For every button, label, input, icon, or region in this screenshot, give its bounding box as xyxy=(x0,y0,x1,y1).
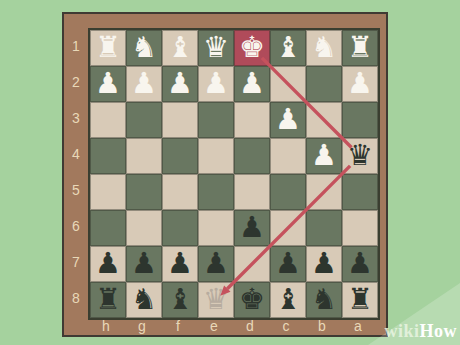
piece-bP-c7: ♟ xyxy=(275,249,301,278)
square-e8[interactable]: ♛ xyxy=(198,282,234,318)
file-label-h: h xyxy=(88,317,124,337)
piece-wN-g1: ♞ xyxy=(131,33,157,62)
square-b1[interactable]: ♞ xyxy=(306,30,342,66)
rank-label-3: 3 xyxy=(64,100,88,136)
square-h2[interactable]: ♟ xyxy=(90,66,126,102)
square-c7[interactable]: ♟ xyxy=(270,246,306,282)
piece-bN-g8: ♞ xyxy=(131,285,157,314)
piece-wP-c3: ♟ xyxy=(275,105,301,134)
piece-bB-f8: ♝ xyxy=(167,285,193,314)
square-b8[interactable]: ♞ xyxy=(306,282,342,318)
square-c8[interactable]: ♝ xyxy=(270,282,306,318)
rank-labels: 12345678 xyxy=(64,28,88,316)
file-label-f: f xyxy=(160,317,196,337)
piece-bP-f7: ♟ xyxy=(167,249,193,278)
square-c4[interactable] xyxy=(270,138,306,174)
file-labels: hgfedcba xyxy=(88,317,376,337)
square-g5[interactable] xyxy=(126,174,162,210)
piece-wK-d1: ♚ xyxy=(239,33,265,62)
square-a8[interactable]: ♜ xyxy=(342,282,378,318)
rank-label-7: 7 xyxy=(64,244,88,280)
square-e2[interactable]: ♟ xyxy=(198,66,234,102)
piece-wP-h2: ♟ xyxy=(95,69,121,98)
square-a5[interactable] xyxy=(342,174,378,210)
square-g3[interactable] xyxy=(126,102,162,138)
square-d1[interactable]: ♚ xyxy=(234,30,270,66)
board-grid: ♜♞♝♛♚♝♞♜♟♟♟♟♟♟♟♟♛♟♟♟♟♟♟♟♟♜♞♝♛♚♝♞♜ xyxy=(88,28,380,320)
square-e3[interactable] xyxy=(198,102,234,138)
square-c1[interactable]: ♝ xyxy=(270,30,306,66)
square-b4[interactable]: ♟ xyxy=(306,138,342,174)
piece-wP-e2: ♟ xyxy=(203,69,229,98)
square-a4[interactable]: ♛ xyxy=(342,138,378,174)
square-h7[interactable]: ♟ xyxy=(90,246,126,282)
piece-bB-c8: ♝ xyxy=(275,285,301,314)
file-label-b: b xyxy=(304,317,340,337)
piece-bP-d6: ♟ xyxy=(239,213,265,242)
file-label-e: e xyxy=(196,317,232,337)
piece-bP-g7: ♟ xyxy=(131,249,157,278)
piece-wP-a2: ♟ xyxy=(347,69,373,98)
piece-wP-g2: ♟ xyxy=(131,69,157,98)
square-c3[interactable]: ♟ xyxy=(270,102,306,138)
square-d6[interactable]: ♟ xyxy=(234,210,270,246)
piece-bR-a8: ♜ xyxy=(347,285,373,314)
rank-label-2: 2 xyxy=(64,64,88,100)
piece-bP-h7: ♟ xyxy=(95,249,121,278)
square-b2[interactable] xyxy=(306,66,342,102)
square-e1[interactable]: ♛ xyxy=(198,30,234,66)
rank-label-5: 5 xyxy=(64,172,88,208)
square-a7[interactable]: ♟ xyxy=(342,246,378,282)
square-a3[interactable] xyxy=(342,102,378,138)
square-h1[interactable]: ♜ xyxy=(90,30,126,66)
square-c2[interactable] xyxy=(270,66,306,102)
square-d3[interactable] xyxy=(234,102,270,138)
square-e6[interactable] xyxy=(198,210,234,246)
file-label-g: g xyxy=(124,317,160,337)
piece-wP-d2: ♟ xyxy=(239,69,265,98)
square-f3[interactable] xyxy=(162,102,198,138)
rank-label-8: 8 xyxy=(64,280,88,316)
watermark-wiki-text: wiki xyxy=(384,321,419,341)
square-h5[interactable] xyxy=(90,174,126,210)
piece-wN-b1: ♞ xyxy=(311,33,337,62)
square-b5[interactable] xyxy=(306,174,342,210)
square-f2[interactable]: ♟ xyxy=(162,66,198,102)
square-d7[interactable] xyxy=(234,246,270,282)
square-f5[interactable] xyxy=(162,174,198,210)
square-e4[interactable] xyxy=(198,138,234,174)
piece-wR-h1: ♜ xyxy=(95,33,121,62)
square-g6[interactable] xyxy=(126,210,162,246)
square-h8[interactable]: ♜ xyxy=(90,282,126,318)
square-d5[interactable] xyxy=(234,174,270,210)
piece-wP-f2: ♟ xyxy=(167,69,193,98)
piece-wP-b4: ♟ xyxy=(311,141,337,170)
piece-gQ-e8: ♛ xyxy=(203,285,229,314)
piece-wB-c1: ♝ xyxy=(275,33,301,62)
watermark-how-text: How xyxy=(420,321,458,341)
piece-wR-a1: ♜ xyxy=(347,33,373,62)
wikihow-chess-illustration: 12345678 ♜♞♝♛♚♝♞♜♟♟♟♟♟♟♟♟♛♟♟♟♟♟♟♟♟♜♞♝♛♚♝… xyxy=(0,0,460,345)
square-b7[interactable]: ♟ xyxy=(306,246,342,282)
square-d2[interactable]: ♟ xyxy=(234,66,270,102)
square-h3[interactable] xyxy=(90,102,126,138)
square-g7[interactable]: ♟ xyxy=(126,246,162,282)
piece-wQ-e1: ♛ xyxy=(203,33,229,62)
file-label-a: a xyxy=(340,317,376,337)
square-b6[interactable] xyxy=(306,210,342,246)
square-a1[interactable]: ♜ xyxy=(342,30,378,66)
square-e5[interactable] xyxy=(198,174,234,210)
piece-bP-a7: ♟ xyxy=(347,249,373,278)
square-h4[interactable] xyxy=(90,138,126,174)
piece-bN-b8: ♞ xyxy=(311,285,337,314)
piece-bK-d8: ♚ xyxy=(239,285,265,314)
square-f6[interactable] xyxy=(162,210,198,246)
square-b3[interactable] xyxy=(306,102,342,138)
square-e7[interactable]: ♟ xyxy=(198,246,234,282)
square-d4[interactable] xyxy=(234,138,270,174)
square-g8[interactable]: ♞ xyxy=(126,282,162,318)
piece-wB-f1: ♝ xyxy=(167,33,193,62)
square-h6[interactable] xyxy=(90,210,126,246)
wikihow-watermark: wikiHow xyxy=(384,321,457,342)
piece-bQ-a4: ♛ xyxy=(347,141,373,170)
square-g2[interactable]: ♟ xyxy=(126,66,162,102)
piece-bP-b7: ♟ xyxy=(311,249,337,278)
piece-bR-h8: ♜ xyxy=(95,285,121,314)
square-a2[interactable]: ♟ xyxy=(342,66,378,102)
rank-label-6: 6 xyxy=(64,208,88,244)
square-g1[interactable]: ♞ xyxy=(126,30,162,66)
square-g4[interactable] xyxy=(126,138,162,174)
rank-label-4: 4 xyxy=(64,136,88,172)
square-f1[interactable]: ♝ xyxy=(162,30,198,66)
square-d8[interactable]: ♚ xyxy=(234,282,270,318)
square-f7[interactable]: ♟ xyxy=(162,246,198,282)
file-label-c: c xyxy=(268,317,304,337)
rank-label-1: 1 xyxy=(64,28,88,64)
square-c6[interactable] xyxy=(270,210,306,246)
square-f8[interactable]: ♝ xyxy=(162,282,198,318)
square-a6[interactable] xyxy=(342,210,378,246)
piece-bP-e7: ♟ xyxy=(203,249,229,278)
square-f4[interactable] xyxy=(162,138,198,174)
square-c5[interactable] xyxy=(270,174,306,210)
file-label-d: d xyxy=(232,317,268,337)
